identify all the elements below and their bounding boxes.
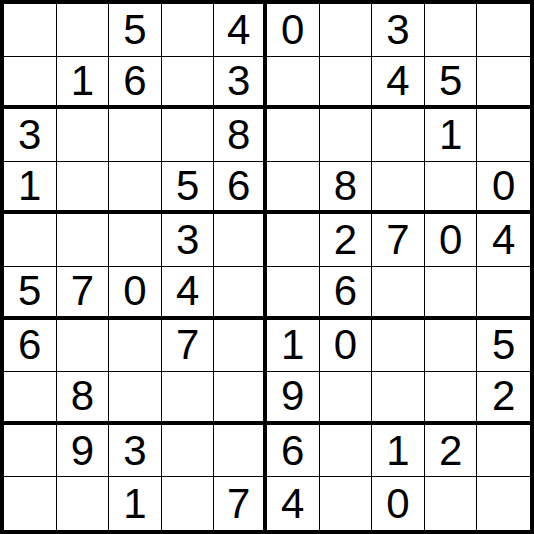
cell-r4c5[interactable]: 6 [214, 162, 267, 215]
cell-r3c9[interactable]: 1 [425, 109, 478, 162]
cell-r4c4[interactable]: 5 [162, 162, 215, 215]
cell-r5c5[interactable] [214, 214, 267, 267]
cell-r1c3[interactable]: 5 [109, 4, 162, 57]
cell-r2c1[interactable] [4, 57, 57, 110]
cell-r9c9[interactable]: 2 [425, 425, 478, 478]
cell-r1c10[interactable] [477, 4, 530, 57]
cell-r9c5[interactable] [214, 425, 267, 478]
cell-r3c1[interactable]: 3 [4, 109, 57, 162]
cell-r2c10[interactable] [477, 57, 530, 110]
cell-r2c4[interactable] [162, 57, 215, 110]
cell-r5c2[interactable] [57, 214, 110, 267]
cell-r8c8[interactable] [372, 372, 425, 425]
cell-r2c8[interactable]: 4 [372, 57, 425, 110]
cell-r9c7[interactable] [320, 425, 373, 478]
cell-r8c9[interactable] [425, 372, 478, 425]
cell-r6c2[interactable]: 7 [57, 267, 110, 320]
cell-r7c5[interactable] [214, 320, 267, 373]
cell-r1c7[interactable] [320, 4, 373, 57]
cell-r3c4[interactable] [162, 109, 215, 162]
cell-r6c5[interactable] [214, 267, 267, 320]
cell-r3c8[interactable] [372, 109, 425, 162]
cell-r4c7[interactable]: 8 [320, 162, 373, 215]
cell-r3c2[interactable] [57, 109, 110, 162]
cell-r6c7[interactable]: 6 [320, 267, 373, 320]
cell-r1c6[interactable]: 0 [267, 4, 320, 57]
cell-r10c10[interactable] [477, 477, 530, 530]
cell-r4c1[interactable]: 1 [4, 162, 57, 215]
cell-r9c4[interactable] [162, 425, 215, 478]
cell-r3c6[interactable] [267, 109, 320, 162]
cell-r4c10[interactable]: 0 [477, 162, 530, 215]
cell-r7c1[interactable]: 6 [4, 320, 57, 373]
cell-r4c6[interactable] [267, 162, 320, 215]
cell-r6c3[interactable]: 0 [109, 267, 162, 320]
cell-r1c4[interactable] [162, 4, 215, 57]
cell-r9c1[interactable] [4, 425, 57, 478]
cell-r7c6[interactable]: 1 [267, 320, 320, 373]
cell-r1c8[interactable]: 3 [372, 4, 425, 57]
cell-r1c1[interactable] [4, 4, 57, 57]
cell-r10c9[interactable] [425, 477, 478, 530]
cell-r9c6[interactable]: 6 [267, 425, 320, 478]
cell-r3c10[interactable] [477, 109, 530, 162]
cell-r8c6[interactable]: 9 [267, 372, 320, 425]
cell-r2c2[interactable]: 1 [57, 57, 110, 110]
cell-r1c2[interactable] [57, 4, 110, 57]
cell-r5c9[interactable]: 0 [425, 214, 478, 267]
cell-r7c3[interactable] [109, 320, 162, 373]
cell-r2c9[interactable]: 5 [425, 57, 478, 110]
cell-r3c5[interactable]: 8 [214, 109, 267, 162]
cell-r8c5[interactable] [214, 372, 267, 425]
cell-r6c10[interactable] [477, 267, 530, 320]
cell-r3c3[interactable] [109, 109, 162, 162]
cell-r7c7[interactable]: 0 [320, 320, 373, 373]
cell-r3c7[interactable] [320, 109, 373, 162]
cell-r5c10[interactable]: 4 [477, 214, 530, 267]
sudoku-board: 5403163453811568032704570466710589293612… [0, 0, 534, 534]
cell-r5c8[interactable]: 7 [372, 214, 425, 267]
cell-r7c2[interactable] [57, 320, 110, 373]
cell-r10c2[interactable] [57, 477, 110, 530]
cell-r8c4[interactable] [162, 372, 215, 425]
cell-r8c1[interactable] [4, 372, 57, 425]
cell-r8c10[interactable]: 2 [477, 372, 530, 425]
cell-r7c9[interactable] [425, 320, 478, 373]
cell-r7c10[interactable]: 5 [477, 320, 530, 373]
cell-r6c4[interactable]: 4 [162, 267, 215, 320]
cell-r8c2[interactable]: 8 [57, 372, 110, 425]
cell-r10c1[interactable] [4, 477, 57, 530]
cell-r9c10[interactable] [477, 425, 530, 478]
cell-r6c1[interactable]: 5 [4, 267, 57, 320]
cell-r10c4[interactable] [162, 477, 215, 530]
cell-r10c3[interactable]: 1 [109, 477, 162, 530]
cell-r6c8[interactable] [372, 267, 425, 320]
cell-r6c6[interactable] [267, 267, 320, 320]
cell-r2c7[interactable] [320, 57, 373, 110]
cell-r10c5[interactable]: 7 [214, 477, 267, 530]
cell-r10c6[interactable]: 4 [267, 477, 320, 530]
cell-r9c3[interactable]: 3 [109, 425, 162, 478]
cell-r4c8[interactable] [372, 162, 425, 215]
cell-r9c8[interactable]: 1 [372, 425, 425, 478]
cell-r6c9[interactable] [425, 267, 478, 320]
cell-r1c5[interactable]: 4 [214, 4, 267, 57]
cell-r2c6[interactable] [267, 57, 320, 110]
cell-r7c8[interactable] [372, 320, 425, 373]
cell-r5c7[interactable]: 2 [320, 214, 373, 267]
cell-r8c7[interactable] [320, 372, 373, 425]
cell-r9c2[interactable]: 9 [57, 425, 110, 478]
cell-r4c3[interactable] [109, 162, 162, 215]
cell-r1c9[interactable] [425, 4, 478, 57]
cell-r2c5[interactable]: 3 [214, 57, 267, 110]
cell-r5c4[interactable]: 3 [162, 214, 215, 267]
cell-r2c3[interactable]: 6 [109, 57, 162, 110]
cell-r10c8[interactable]: 0 [372, 477, 425, 530]
cell-r5c1[interactable] [4, 214, 57, 267]
cell-r10c7[interactable] [320, 477, 373, 530]
cell-r5c3[interactable] [109, 214, 162, 267]
cell-r5c6[interactable] [267, 214, 320, 267]
cell-r4c2[interactable] [57, 162, 110, 215]
cell-r8c3[interactable] [109, 372, 162, 425]
cell-r4c9[interactable] [425, 162, 478, 215]
cell-r7c4[interactable]: 7 [162, 320, 215, 373]
